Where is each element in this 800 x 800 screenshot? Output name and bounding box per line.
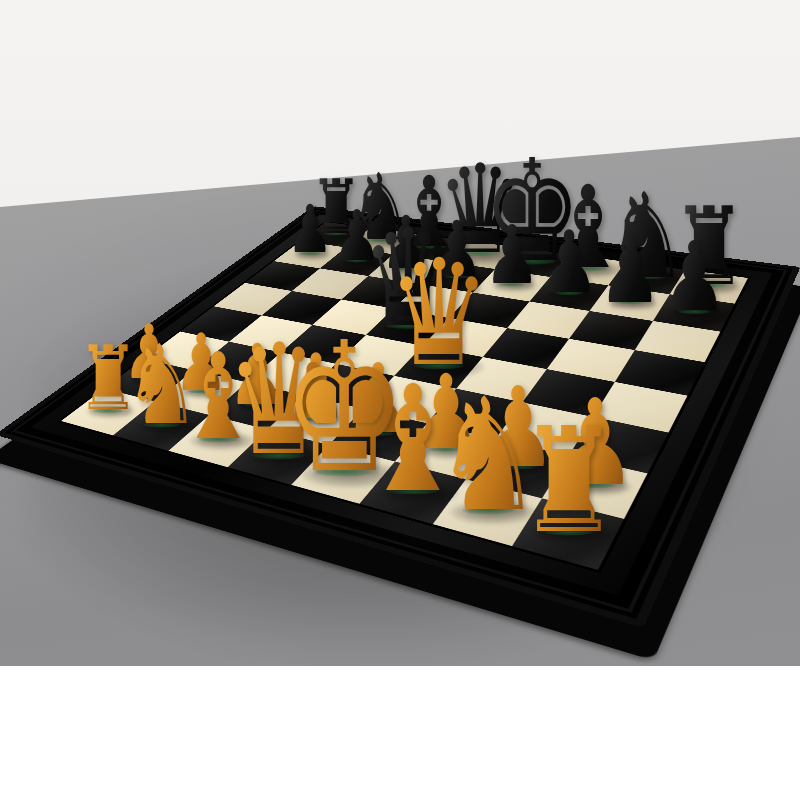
scene: ♜♞♝♟♛♟♚♟♝♟♞♟♜♟♟♟♛♛♟♟♟♜♟♞♟♝♟♛♟♚♟♝♞♜	[0, 0, 800, 800]
black-pawn-glyph: ♟	[598, 224, 662, 315]
white-rook-glyph: ♜	[518, 408, 619, 553]
photo-area: ♜♞♝♟♛♟♚♟♝♟♞♟♜♟♟♟♛♛♟♟♟♜♟♞♟♝♟♛♟♚♟♝♞♜	[0, 0, 800, 666]
black-pawn-glyph: ♟	[661, 230, 728, 326]
black-pawn-glyph: ♟	[287, 197, 333, 263]
black-pawn-glyph: ♟	[483, 215, 540, 296]
black-pawn-glyph: ♟	[539, 219, 599, 305]
bottom-white-band	[0, 666, 800, 800]
